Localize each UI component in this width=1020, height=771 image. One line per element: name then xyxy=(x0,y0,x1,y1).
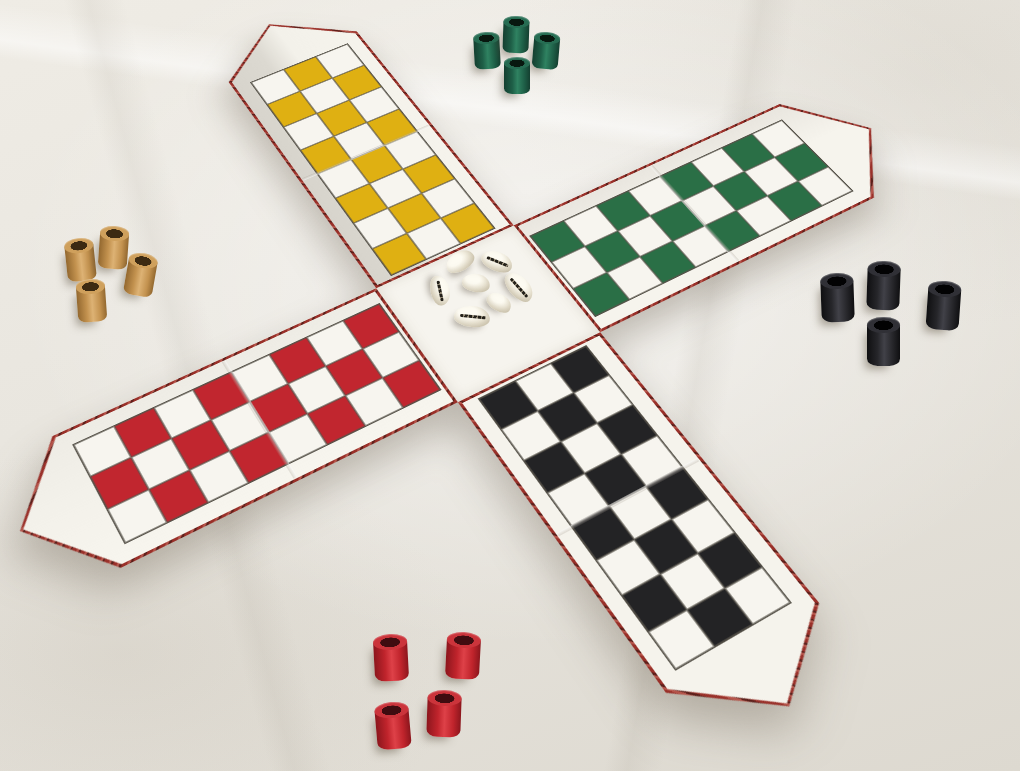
pawn-black-3[interactable] xyxy=(925,283,961,331)
pawn-tan-2[interactable] xyxy=(98,228,130,270)
pawn-red-2[interactable] xyxy=(445,634,481,680)
pawn-black-1[interactable] xyxy=(820,275,855,322)
pawn-black-2[interactable] xyxy=(866,263,901,310)
pawn-green-4[interactable] xyxy=(504,59,530,94)
pawn-tan-4[interactable] xyxy=(76,281,108,323)
pawn-red-3[interactable] xyxy=(374,704,412,751)
table-cloth-background xyxy=(0,0,1020,771)
pawn-green-3[interactable] xyxy=(532,33,561,70)
pawn-green-2[interactable] xyxy=(502,18,529,54)
pawn-green-1[interactable] xyxy=(473,33,501,69)
pawn-tan-1[interactable] xyxy=(64,240,97,283)
pawn-red-4[interactable] xyxy=(426,692,462,737)
pawns-group xyxy=(0,0,1020,771)
pawn-red-1[interactable] xyxy=(373,636,409,682)
pawn-tan-3[interactable] xyxy=(123,254,159,298)
pawn-black-4[interactable] xyxy=(867,320,900,366)
